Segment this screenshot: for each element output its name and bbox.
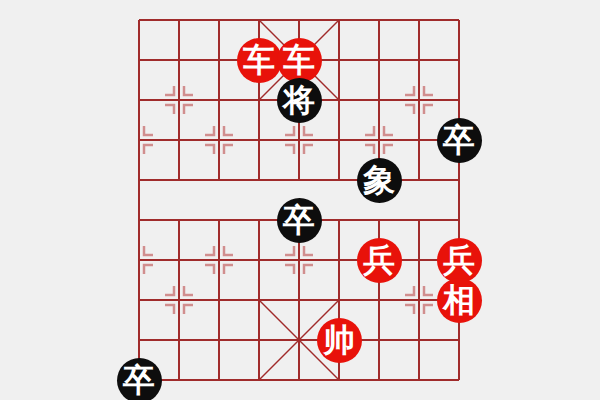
red-soldier-right[interactable]: 兵 bbox=[437, 238, 482, 283]
black-soldier-a[interactable]: 卒 bbox=[437, 118, 482, 163]
black-general[interactable]: 将 bbox=[277, 78, 322, 123]
red-soldier-left[interactable]: 兵 bbox=[357, 238, 402, 283]
black-soldier-b[interactable]: 卒 bbox=[277, 198, 322, 243]
pieces-layer: 车车将卒象卒兵兵相帅卒 bbox=[119, 0, 479, 400]
xiangqi-board-screenshot: 车车将卒象卒兵兵相帅卒 bbox=[0, 0, 600, 400]
red-general[interactable]: 帅 bbox=[317, 318, 362, 363]
red-chariot-left[interactable]: 车 bbox=[237, 38, 282, 83]
red-chariot-right[interactable]: 车 bbox=[277, 38, 322, 83]
red-elephant[interactable]: 相 bbox=[437, 278, 482, 323]
black-elephant[interactable]: 象 bbox=[357, 158, 402, 203]
black-soldier-c[interactable]: 卒 bbox=[117, 358, 162, 400]
